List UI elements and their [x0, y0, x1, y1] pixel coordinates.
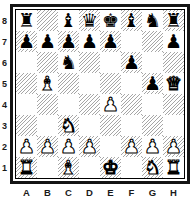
white-pawn[interactable]: ♟ — [81, 137, 98, 156]
square-h5[interactable]: ♛ — [163, 73, 184, 94]
white-knight[interactable]: ♞ — [60, 116, 77, 135]
square-a6[interactable] — [16, 52, 37, 73]
square-g3[interactable] — [142, 115, 163, 136]
square-b2[interactable]: ♟ — [37, 136, 58, 157]
file-label-G: G — [142, 187, 163, 198]
square-d8[interactable]: ♛ — [79, 10, 100, 31]
rank-label-1: 1 — [0, 157, 9, 178]
black-pawn[interactable]: ♟ — [18, 32, 35, 51]
square-h7[interactable]: ♟ — [163, 31, 184, 52]
file-label-H: H — [163, 187, 184, 198]
square-d3[interactable] — [79, 115, 100, 136]
square-c5[interactable] — [58, 73, 79, 94]
square-b3[interactable] — [37, 115, 58, 136]
rank-label-2: 2 — [0, 136, 9, 157]
black-bishop[interactable]: ♝ — [60, 11, 77, 30]
square-f7[interactable] — [121, 31, 142, 52]
rank-label-6: 6 — [0, 52, 9, 73]
file-label-D: D — [79, 187, 100, 198]
square-h6[interactable] — [163, 52, 184, 73]
square-f6[interactable]: ♟ — [121, 52, 142, 73]
black-pawn[interactable]: ♟ — [102, 32, 119, 51]
square-b7[interactable]: ♟ — [37, 31, 58, 52]
square-c1[interactable]: ♝ — [58, 157, 79, 178]
square-a8[interactable]: ♜ — [16, 10, 37, 31]
file-label-C: C — [58, 187, 79, 198]
square-b4[interactable] — [37, 94, 58, 115]
square-c7[interactable]: ♟ — [58, 31, 79, 52]
square-e3[interactable] — [100, 115, 121, 136]
square-b5[interactable]: ♝ — [37, 73, 58, 94]
square-g2[interactable]: ♟ — [142, 136, 163, 157]
white-queen[interactable]: ♛ — [165, 74, 182, 93]
white-rook[interactable]: ♜ — [165, 158, 182, 177]
square-e6[interactable] — [100, 52, 121, 73]
white-pawn[interactable]: ♟ — [39, 137, 56, 156]
white-pawn[interactable]: ♟ — [144, 137, 161, 156]
black-rook[interactable]: ♜ — [165, 11, 182, 30]
rank-label-8: 8 — [0, 10, 9, 31]
square-c6[interactable]: ♞ — [58, 52, 79, 73]
square-a2[interactable]: ♟ — [16, 136, 37, 157]
black-pawn[interactable]: ♟ — [60, 32, 77, 51]
white-knight[interactable]: ♞ — [144, 158, 161, 177]
square-h8[interactable]: ♜ — [163, 10, 184, 31]
square-h4[interactable] — [163, 94, 184, 115]
file-label-B: B — [37, 187, 58, 198]
square-h3[interactable] — [163, 115, 184, 136]
square-h1[interactable]: ♜ — [163, 157, 184, 178]
black-rook[interactable]: ♜ — [18, 11, 35, 30]
square-b1[interactable] — [37, 157, 58, 178]
square-d6[interactable] — [79, 52, 100, 73]
square-a5[interactable] — [16, 73, 37, 94]
square-e1[interactable]: ♚ — [100, 157, 121, 178]
square-e2[interactable] — [100, 136, 121, 157]
rank-label-7: 7 — [0, 31, 9, 52]
square-g8[interactable]: ♞ — [142, 10, 163, 31]
square-a1[interactable]: ♜ — [16, 157, 37, 178]
square-c2[interactable]: ♟ — [58, 136, 79, 157]
black-queen[interactable]: ♛ — [81, 11, 98, 30]
square-b6[interactable] — [37, 52, 58, 73]
black-king[interactable]: ♚ — [102, 11, 119, 30]
rank-label-3: 3 — [0, 115, 9, 136]
square-g5[interactable]: ♟ — [142, 73, 163, 94]
square-e4[interactable]: ♟ — [100, 94, 121, 115]
board-inner-border: ♜♝♛♚♝♞♜♟♟♟♟♟♟♞♟♝♟♛♟♞♟♟♟♟♟♟♟♜♝♚♞♜ — [15, 9, 185, 179]
square-h2[interactable]: ♟ — [163, 136, 184, 157]
black-knight[interactable]: ♞ — [144, 11, 161, 30]
square-d7[interactable]: ♟ — [79, 31, 100, 52]
square-g4[interactable] — [142, 94, 163, 115]
square-f8[interactable]: ♝ — [121, 10, 142, 31]
file-label-A: A — [16, 187, 37, 198]
black-pawn[interactable]: ♟ — [81, 32, 98, 51]
square-b8[interactable] — [37, 10, 58, 31]
square-g6[interactable] — [142, 52, 163, 73]
black-bishop[interactable]: ♝ — [123, 11, 140, 30]
white-pawn[interactable]: ♟ — [123, 137, 140, 156]
white-bishop[interactable]: ♝ — [60, 158, 77, 177]
square-e5[interactable] — [100, 73, 121, 94]
rank-label-5: 5 — [0, 73, 9, 94]
square-g1[interactable]: ♞ — [142, 157, 163, 178]
white-rook[interactable]: ♜ — [18, 158, 35, 177]
black-pawn[interactable]: ♟ — [39, 32, 56, 51]
white-pawn[interactable]: ♟ — [18, 137, 35, 156]
white-bishop[interactable]: ♝ — [39, 74, 56, 93]
square-f1[interactable] — [121, 157, 142, 178]
square-d4[interactable] — [79, 94, 100, 115]
square-f3[interactable] — [121, 115, 142, 136]
file-label-E: E — [100, 187, 121, 198]
rank-label-4: 4 — [0, 94, 9, 115]
black-pawn[interactable]: ♟ — [165, 32, 182, 51]
square-e8[interactable]: ♚ — [100, 10, 121, 31]
white-pawn[interactable]: ♟ — [60, 137, 77, 156]
white-pawn[interactable]: ♟ — [165, 137, 182, 156]
square-g7[interactable] — [142, 31, 163, 52]
white-king[interactable]: ♚ — [102, 158, 119, 177]
square-d2[interactable]: ♟ — [79, 136, 100, 157]
file-labels: ABCDEFGH — [16, 187, 184, 198]
square-c3[interactable]: ♞ — [58, 115, 79, 136]
square-a7[interactable]: ♟ — [16, 31, 37, 52]
file-label-F: F — [121, 187, 142, 198]
square-a3[interactable] — [16, 115, 37, 136]
square-c8[interactable]: ♝ — [58, 10, 79, 31]
black-pawn[interactable]: ♟ — [123, 53, 140, 72]
square-a4[interactable] — [16, 94, 37, 115]
square-f5[interactable] — [121, 73, 142, 94]
square-f4[interactable] — [121, 94, 142, 115]
square-e7[interactable]: ♟ — [100, 31, 121, 52]
black-knight[interactable]: ♞ — [60, 53, 77, 72]
square-f2[interactable]: ♟ — [121, 136, 142, 157]
chess-diagram: 87654321 ♜♝♛♚♝♞♜♟♟♟♟♟♟♞♟♝♟♛♟♞♟♟♟♟♟♟♟♜♝♚♞… — [0, 0, 196, 200]
square-d1[interactable] — [79, 157, 100, 178]
square-c4[interactable] — [58, 94, 79, 115]
rank-labels: 87654321 — [0, 10, 9, 178]
square-d5[interactable] — [79, 73, 100, 94]
chess-board: ♜♝♛♚♝♞♜♟♟♟♟♟♟♞♟♝♟♛♟♞♟♟♟♟♟♟♟♜♝♚♞♜ — [16, 10, 184, 178]
black-pawn[interactable]: ♟ — [144, 74, 161, 93]
white-pawn[interactable]: ♟ — [102, 95, 119, 114]
board-frame: ♜♝♛♚♝♞♜♟♟♟♟♟♟♞♟♝♟♛♟♞♟♟♟♟♟♟♟♜♝♚♞♜ — [10, 4, 190, 184]
